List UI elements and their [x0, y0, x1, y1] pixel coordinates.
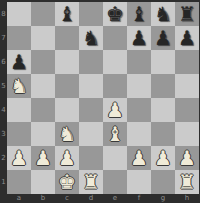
- square-e1[interactable]: [103, 170, 127, 194]
- square-d1[interactable]: ♜: [79, 170, 103, 194]
- square-e4[interactable]: ♟: [103, 98, 127, 122]
- square-c5[interactable]: [55, 74, 79, 98]
- black-rook[interactable]: ♜: [178, 4, 196, 24]
- rank-label-1: 1: [0, 170, 7, 194]
- white-pawn[interactable]: ♟: [10, 148, 28, 168]
- black-bishop[interactable]: ♝: [130, 4, 148, 24]
- chess-board[interactable]: ♝♚♝♞♜♞♟♟♟♟♞♟♞♝♟♟♟♟♟♟♚♜♜: [7, 2, 199, 194]
- file-label-b: b: [31, 194, 55, 203]
- square-h6[interactable]: [175, 50, 199, 74]
- square-g8[interactable]: ♞: [151, 2, 175, 26]
- square-f1[interactable]: [127, 170, 151, 194]
- black-king[interactable]: ♚: [106, 4, 124, 24]
- file-label-e: e: [103, 194, 127, 203]
- square-d6[interactable]: [79, 50, 103, 74]
- black-pawn[interactable]: ♟: [130, 28, 148, 48]
- square-f3[interactable]: [127, 122, 151, 146]
- square-f4[interactable]: [127, 98, 151, 122]
- square-b4[interactable]: [31, 98, 55, 122]
- square-b8[interactable]: [31, 2, 55, 26]
- square-a3[interactable]: [7, 122, 31, 146]
- square-b6[interactable]: [31, 50, 55, 74]
- square-c8[interactable]: ♝: [55, 2, 79, 26]
- square-g4[interactable]: [151, 98, 175, 122]
- square-h1[interactable]: ♜: [175, 170, 199, 194]
- rank-label-3: 3: [0, 122, 7, 146]
- square-f6[interactable]: [127, 50, 151, 74]
- square-h5[interactable]: [175, 74, 199, 98]
- white-rook[interactable]: ♜: [178, 172, 196, 192]
- square-g5[interactable]: [151, 74, 175, 98]
- square-b1[interactable]: [31, 170, 55, 194]
- black-knight[interactable]: ♞: [82, 28, 100, 48]
- white-knight[interactable]: ♞: [58, 124, 76, 144]
- file-label-d: d: [79, 194, 103, 203]
- white-rook[interactable]: ♜: [82, 172, 100, 192]
- square-e5[interactable]: [103, 74, 127, 98]
- square-c6[interactable]: [55, 50, 79, 74]
- black-pawn[interactable]: ♟: [178, 28, 196, 48]
- square-a8[interactable]: [7, 2, 31, 26]
- square-a7[interactable]: [7, 26, 31, 50]
- square-h3[interactable]: [175, 122, 199, 146]
- square-e7[interactable]: [103, 26, 127, 50]
- square-d2[interactable]: [79, 146, 103, 170]
- square-d3[interactable]: [79, 122, 103, 146]
- square-g6[interactable]: [151, 50, 175, 74]
- square-a4[interactable]: [7, 98, 31, 122]
- square-d5[interactable]: [79, 74, 103, 98]
- black-bishop[interactable]: ♝: [58, 4, 76, 24]
- rank-label-6: 6: [0, 50, 7, 74]
- square-f8[interactable]: ♝: [127, 2, 151, 26]
- file-label-c: c: [55, 194, 79, 203]
- square-g2[interactable]: ♟: [151, 146, 175, 170]
- white-pawn[interactable]: ♟: [34, 148, 52, 168]
- white-pawn[interactable]: ♟: [106, 100, 124, 120]
- square-f2[interactable]: ♟: [127, 146, 151, 170]
- file-label-a: a: [7, 194, 31, 203]
- file-label-f: f: [127, 194, 151, 203]
- square-f7[interactable]: ♟: [127, 26, 151, 50]
- square-c4[interactable]: [55, 98, 79, 122]
- white-pawn[interactable]: ♟: [130, 148, 148, 168]
- square-b3[interactable]: [31, 122, 55, 146]
- square-f5[interactable]: [127, 74, 151, 98]
- rank-label-5: 5: [0, 74, 7, 98]
- square-a2[interactable]: ♟: [7, 146, 31, 170]
- square-h8[interactable]: ♜: [175, 2, 199, 26]
- square-a6[interactable]: ♟: [7, 50, 31, 74]
- white-pawn[interactable]: ♟: [154, 148, 172, 168]
- square-c2[interactable]: ♟: [55, 146, 79, 170]
- black-pawn[interactable]: ♟: [10, 52, 28, 72]
- square-b7[interactable]: [31, 26, 55, 50]
- white-knight[interactable]: ♞: [10, 76, 28, 96]
- file-label-h: h: [175, 194, 199, 203]
- square-g1[interactable]: [151, 170, 175, 194]
- black-knight[interactable]: ♞: [154, 4, 172, 24]
- square-h4[interactable]: [175, 98, 199, 122]
- square-d4[interactable]: [79, 98, 103, 122]
- white-king[interactable]: ♚: [58, 172, 76, 192]
- square-d7[interactable]: ♞: [79, 26, 103, 50]
- square-e8[interactable]: ♚: [103, 2, 127, 26]
- black-pawn[interactable]: ♟: [154, 28, 172, 48]
- square-a5[interactable]: ♞: [7, 74, 31, 98]
- square-b2[interactable]: ♟: [31, 146, 55, 170]
- square-c1[interactable]: ♚: [55, 170, 79, 194]
- square-d8[interactable]: [79, 2, 103, 26]
- square-h7[interactable]: ♟: [175, 26, 199, 50]
- square-e2[interactable]: [103, 146, 127, 170]
- square-e6[interactable]: [103, 50, 127, 74]
- square-a1[interactable]: [7, 170, 31, 194]
- square-g7[interactable]: ♟: [151, 26, 175, 50]
- rank-label-2: 2: [0, 146, 7, 170]
- chess-board-frame: ♝♚♝♞♜♞♟♟♟♟♞♟♞♝♟♟♟♟♟♟♚♜♜ 87654321 abcdefg…: [0, 0, 200, 203]
- square-b5[interactable]: [31, 74, 55, 98]
- rank-label-7: 7: [0, 26, 7, 50]
- square-c7[interactable]: [55, 26, 79, 50]
- square-g3[interactable]: [151, 122, 175, 146]
- rank-label-4: 4: [0, 98, 7, 122]
- rank-label-8: 8: [0, 2, 7, 26]
- square-e3[interactable]: ♝: [103, 122, 127, 146]
- square-c3[interactable]: ♞: [55, 122, 79, 146]
- white-bishop[interactable]: ♝: [106, 124, 124, 144]
- square-h2[interactable]: ♟: [175, 146, 199, 170]
- file-label-g: g: [151, 194, 175, 203]
- white-pawn[interactable]: ♟: [58, 148, 76, 168]
- white-pawn[interactable]: ♟: [178, 148, 196, 168]
